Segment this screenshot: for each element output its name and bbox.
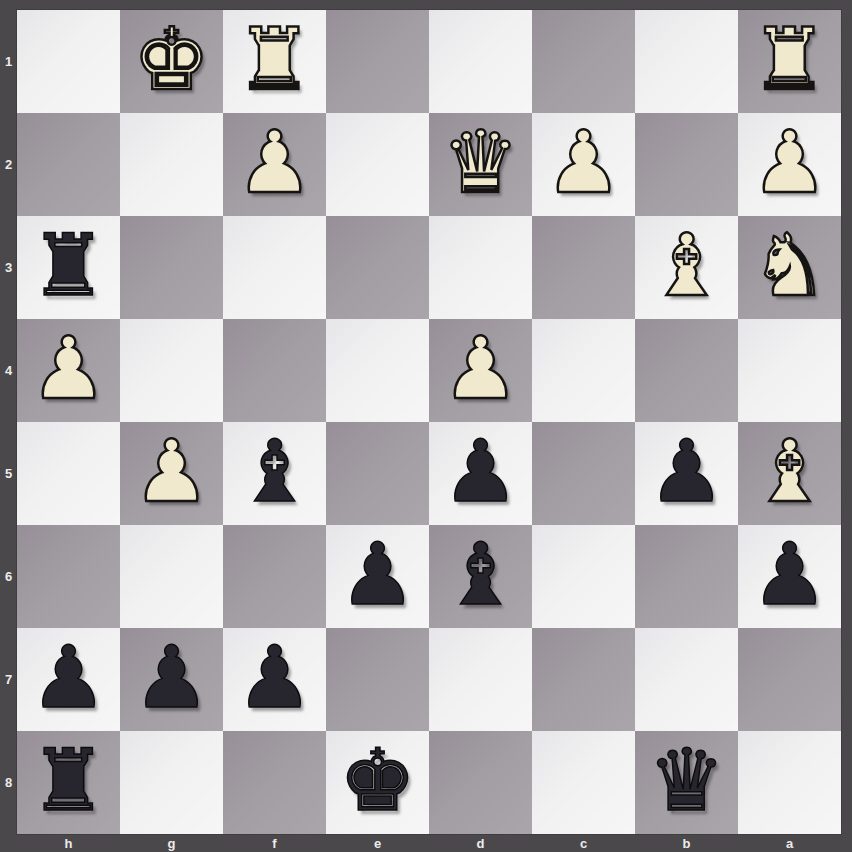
square-c4[interactable] <box>532 319 635 422</box>
rank-label-1: 1 <box>0 10 17 113</box>
square-e8[interactable]: ♚ <box>326 731 429 834</box>
square-e3[interactable] <box>326 216 429 319</box>
square-h1[interactable] <box>17 10 120 113</box>
square-b1[interactable] <box>635 10 738 113</box>
square-a2[interactable]: ♟ <box>738 113 841 216</box>
square-c3[interactable] <box>532 216 635 319</box>
piece-white-pawn[interactable]: ♟ <box>133 420 210 523</box>
square-d2[interactable]: ♛ <box>429 113 532 216</box>
square-e4[interactable] <box>326 319 429 422</box>
square-f3[interactable] <box>223 216 326 319</box>
piece-white-rook[interactable]: ♜ <box>236 8 313 111</box>
square-e7[interactable] <box>326 628 429 731</box>
square-f8[interactable] <box>223 731 326 834</box>
file-label-f: f <box>223 834 326 852</box>
square-f6[interactable] <box>223 525 326 628</box>
square-a1[interactable]: ♜ <box>738 10 841 113</box>
square-h8[interactable]: ♜ <box>17 731 120 834</box>
piece-black-rook[interactable]: ♜ <box>30 729 107 832</box>
board: ♚♜♜♟♛♟♟♜♝♞♟♟♟♝♟♟♝♟♝♟♟♟♟♜♚♛ <box>17 10 841 834</box>
square-d7[interactable] <box>429 628 532 731</box>
square-d4[interactable]: ♟ <box>429 319 532 422</box>
piece-white-pawn[interactable]: ♟ <box>442 317 519 420</box>
piece-white-pawn[interactable]: ♟ <box>545 111 622 214</box>
square-d6[interactable]: ♝ <box>429 525 532 628</box>
square-f5[interactable]: ♝ <box>223 422 326 525</box>
piece-black-pawn[interactable]: ♟ <box>339 523 416 626</box>
square-d3[interactable] <box>429 216 532 319</box>
piece-black-bishop[interactable]: ♝ <box>236 420 313 523</box>
square-h2[interactable] <box>17 113 120 216</box>
piece-black-pawn[interactable]: ♟ <box>751 523 828 626</box>
square-b6[interactable] <box>635 525 738 628</box>
square-g7[interactable]: ♟ <box>120 628 223 731</box>
piece-black-pawn[interactable]: ♟ <box>648 420 725 523</box>
piece-white-bishop[interactable]: ♝ <box>751 420 828 523</box>
square-h4[interactable]: ♟ <box>17 319 120 422</box>
square-c7[interactable] <box>532 628 635 731</box>
square-b8[interactable]: ♛ <box>635 731 738 834</box>
square-g4[interactable] <box>120 319 223 422</box>
rank-label-7: 7 <box>0 628 17 731</box>
file-label-c: c <box>532 834 635 852</box>
piece-white-pawn[interactable]: ♟ <box>236 111 313 214</box>
square-a6[interactable]: ♟ <box>738 525 841 628</box>
square-a8[interactable] <box>738 731 841 834</box>
file-labels: hgfedcba <box>17 834 841 852</box>
square-g6[interactable] <box>120 525 223 628</box>
rank-labels: 12345678 <box>0 10 17 834</box>
piece-black-queen[interactable]: ♛ <box>648 729 725 832</box>
square-b3[interactable]: ♝ <box>635 216 738 319</box>
file-label-b: b <box>635 834 738 852</box>
square-c6[interactable] <box>532 525 635 628</box>
square-g3[interactable] <box>120 216 223 319</box>
square-d1[interactable] <box>429 10 532 113</box>
square-a3[interactable]: ♞ <box>738 216 841 319</box>
square-b7[interactable] <box>635 628 738 731</box>
file-label-a: a <box>738 834 841 852</box>
piece-black-pawn[interactable]: ♟ <box>442 420 519 523</box>
square-b4[interactable] <box>635 319 738 422</box>
piece-white-rook[interactable]: ♜ <box>751 8 828 111</box>
square-f4[interactable] <box>223 319 326 422</box>
square-e2[interactable] <box>326 113 429 216</box>
square-g2[interactable] <box>120 113 223 216</box>
square-a4[interactable] <box>738 319 841 422</box>
square-d5[interactable]: ♟ <box>429 422 532 525</box>
square-c1[interactable] <box>532 10 635 113</box>
piece-black-pawn[interactable]: ♟ <box>30 626 107 729</box>
square-h7[interactable]: ♟ <box>17 628 120 731</box>
rank-label-8: 8 <box>0 731 17 834</box>
square-f2[interactable]: ♟ <box>223 113 326 216</box>
rank-label-2: 2 <box>0 113 17 216</box>
square-b2[interactable] <box>635 113 738 216</box>
rank-label-3: 3 <box>0 216 17 319</box>
piece-white-queen[interactable]: ♛ <box>442 111 519 214</box>
piece-black-rook[interactable]: ♜ <box>30 214 107 317</box>
square-c8[interactable] <box>532 731 635 834</box>
piece-black-pawn[interactable]: ♟ <box>133 626 210 729</box>
chess-board-frame: 12345678 ♚♜♜♟♛♟♟♜♝♞♟♟♟♝♟♟♝♟♝♟♟♟♟♜♚♛ hgfe… <box>0 0 852 852</box>
rank-label-5: 5 <box>0 422 17 525</box>
square-a7[interactable] <box>738 628 841 731</box>
piece-black-pawn[interactable]: ♟ <box>236 626 313 729</box>
piece-white-bishop[interactable]: ♝ <box>648 214 725 317</box>
square-c2[interactable]: ♟ <box>532 113 635 216</box>
square-e5[interactable] <box>326 422 429 525</box>
piece-white-pawn[interactable]: ♟ <box>751 111 828 214</box>
square-h5[interactable] <box>17 422 120 525</box>
file-label-e: e <box>326 834 429 852</box>
square-h6[interactable] <box>17 525 120 628</box>
rank-label-6: 6 <box>0 525 17 628</box>
piece-white-knight[interactable]: ♞ <box>751 214 828 317</box>
file-label-d: d <box>429 834 532 852</box>
square-g1[interactable]: ♚ <box>120 10 223 113</box>
square-a5[interactable]: ♝ <box>738 422 841 525</box>
square-b5[interactable]: ♟ <box>635 422 738 525</box>
piece-black-bishop[interactable]: ♝ <box>442 523 519 626</box>
square-d8[interactable] <box>429 731 532 834</box>
square-g5[interactable]: ♟ <box>120 422 223 525</box>
file-label-h: h <box>17 834 120 852</box>
rank-label-4: 4 <box>0 319 17 422</box>
square-g8[interactable] <box>120 731 223 834</box>
square-e6[interactable]: ♟ <box>326 525 429 628</box>
piece-white-pawn[interactable]: ♟ <box>30 317 107 420</box>
square-c5[interactable] <box>532 422 635 525</box>
square-e1[interactable] <box>326 10 429 113</box>
square-h3[interactable]: ♜ <box>17 216 120 319</box>
file-label-g: g <box>120 834 223 852</box>
square-f7[interactable]: ♟ <box>223 628 326 731</box>
piece-white-king[interactable]: ♚ <box>133 8 210 111</box>
piece-black-king[interactable]: ♚ <box>339 729 416 832</box>
square-f1[interactable]: ♜ <box>223 10 326 113</box>
